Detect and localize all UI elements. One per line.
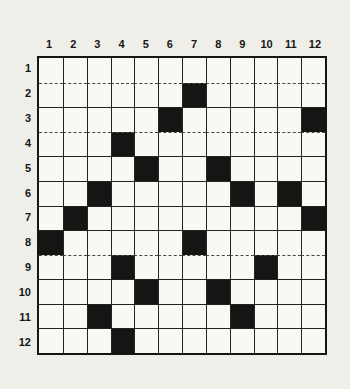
col-label: 5: [134, 36, 158, 52]
grid-cell[interactable]: [87, 230, 111, 255]
grid-cell[interactable]: [182, 255, 206, 280]
grid-cell[interactable]: [182, 206, 206, 231]
grid-cell[interactable]: [182, 132, 206, 157]
grid-cell[interactable]: [254, 304, 278, 329]
grid-cell[interactable]: [158, 279, 182, 304]
grid-cell[interactable]: [111, 181, 135, 206]
grid-cell[interactable]: [206, 181, 230, 206]
grid-cell[interactable]: [134, 181, 158, 206]
grid-cell[interactable]: [63, 83, 87, 108]
col-label: 6: [158, 36, 182, 52]
row-label: 12: [12, 330, 33, 355]
black-cell: [182, 83, 206, 108]
grid-cell[interactable]: [206, 107, 230, 132]
grid-cell[interactable]: [39, 132, 63, 157]
row-label: 1: [12, 56, 33, 81]
grid-cell[interactable]: [63, 304, 87, 329]
grid-cell[interactable]: [39, 255, 63, 280]
grid-cell[interactable]: [87, 279, 111, 304]
grid-cell[interactable]: [134, 206, 158, 231]
grid-cell[interactable]: [230, 279, 254, 304]
black-cell: [87, 181, 111, 206]
row-label: 5: [12, 156, 33, 181]
grid-cell[interactable]: [134, 132, 158, 157]
grid-cell[interactable]: [254, 58, 278, 83]
grid-cell[interactable]: [254, 328, 278, 353]
grid-cell[interactable]: [158, 83, 182, 108]
row-label: 10: [12, 280, 33, 305]
grid-cell[interactable]: [87, 206, 111, 231]
col-label: 7: [182, 36, 206, 52]
black-cell: [277, 181, 301, 206]
col-label: 9: [230, 36, 254, 52]
column-labels: 123456789101112: [37, 36, 327, 52]
row-label: 7: [12, 205, 33, 230]
grid-cell[interactable]: [158, 230, 182, 255]
grid-cell[interactable]: [63, 132, 87, 157]
grid-cell[interactable]: [87, 156, 111, 181]
grid-cell[interactable]: [254, 156, 278, 181]
grid-cell[interactable]: [134, 83, 158, 108]
grid-cell[interactable]: [277, 58, 301, 83]
grid-cell[interactable]: [39, 83, 63, 108]
grid-cell[interactable]: [230, 255, 254, 280]
grid-cell[interactable]: [134, 107, 158, 132]
black-cell: [134, 279, 158, 304]
grid-cell[interactable]: [87, 328, 111, 353]
grid-cell[interactable]: [277, 107, 301, 132]
grid-cell[interactable]: [230, 107, 254, 132]
col-label: 3: [85, 36, 109, 52]
grid-cell[interactable]: [301, 255, 325, 280]
grid-cell[interactable]: [230, 83, 254, 108]
row-label: 11: [12, 305, 33, 330]
grid-cell[interactable]: [230, 132, 254, 157]
black-cell: [111, 255, 135, 280]
row-label: 9: [12, 255, 33, 280]
grid-cell[interactable]: [87, 107, 111, 132]
col-label: 10: [254, 36, 278, 52]
grid-cell[interactable]: [87, 58, 111, 83]
grid-cell[interactable]: [277, 156, 301, 181]
grid-cell[interactable]: [158, 132, 182, 157]
grid-cell[interactable]: [111, 304, 135, 329]
grid-cell[interactable]: [277, 255, 301, 280]
grid-cell[interactable]: [111, 58, 135, 83]
grid-cell[interactable]: [39, 328, 63, 353]
black-cell: [39, 230, 63, 255]
grid-cell[interactable]: [254, 181, 278, 206]
grid-cell[interactable]: [87, 255, 111, 280]
black-cell: [111, 328, 135, 353]
grid-cell[interactable]: [158, 328, 182, 353]
grid-cell[interactable]: [277, 132, 301, 157]
grid-cell[interactable]: [182, 156, 206, 181]
grid-cell[interactable]: [301, 304, 325, 329]
col-label: 11: [279, 36, 303, 52]
grid-cell[interactable]: [206, 304, 230, 329]
scanned-page: 123456789101112 123456789101112: [0, 0, 350, 389]
black-cell: [230, 181, 254, 206]
grid-cell[interactable]: [301, 181, 325, 206]
black-cell: [206, 279, 230, 304]
grid-cell[interactable]: [182, 304, 206, 329]
grid-cell[interactable]: [301, 132, 325, 157]
row-label: 2: [12, 81, 33, 106]
grid-cell[interactable]: [277, 279, 301, 304]
grid-cell[interactable]: [134, 58, 158, 83]
grid-cell[interactable]: [39, 206, 63, 231]
grid-cell[interactable]: [134, 255, 158, 280]
grid-cell[interactable]: [230, 230, 254, 255]
black-cell: [182, 230, 206, 255]
grid-cell[interactable]: [39, 304, 63, 329]
grid-cell[interactable]: [230, 156, 254, 181]
grid-cell[interactable]: [158, 58, 182, 83]
grid-cell[interactable]: [277, 230, 301, 255]
black-cell: [111, 132, 135, 157]
row-label: 3: [12, 106, 33, 131]
grid-cell[interactable]: [254, 206, 278, 231]
grid-cell[interactable]: [301, 230, 325, 255]
grid-cell[interactable]: [230, 328, 254, 353]
grid-cell[interactable]: [111, 230, 135, 255]
grid-cell[interactable]: [230, 58, 254, 83]
grid-cell[interactable]: [158, 304, 182, 329]
grid-cell[interactable]: [134, 230, 158, 255]
grid-cell[interactable]: [111, 83, 135, 108]
crossword-grid: [37, 56, 327, 355]
grid-cell[interactable]: [63, 255, 87, 280]
black-cell: [63, 206, 87, 231]
grid-cell[interactable]: [63, 328, 87, 353]
grid-cell[interactable]: [39, 181, 63, 206]
grid-cell[interactable]: [206, 328, 230, 353]
grid-cell[interactable]: [182, 279, 206, 304]
grid-cell[interactable]: [134, 328, 158, 353]
black-cell: [134, 156, 158, 181]
grid-cell[interactable]: [158, 156, 182, 181]
col-label: 12: [303, 36, 327, 52]
grid-cell[interactable]: [39, 107, 63, 132]
grid-cell[interactable]: [301, 279, 325, 304]
grid-cell[interactable]: [63, 181, 87, 206]
grid-cell[interactable]: [254, 279, 278, 304]
grid-cell[interactable]: [206, 132, 230, 157]
grid-cell[interactable]: [158, 181, 182, 206]
grid-cell[interactable]: [158, 206, 182, 231]
col-label: 4: [109, 36, 133, 52]
grid-cell[interactable]: [63, 279, 87, 304]
grid-cell[interactable]: [111, 279, 135, 304]
grid-cell[interactable]: [63, 156, 87, 181]
grid-cell[interactable]: [206, 83, 230, 108]
col-label: 8: [206, 36, 230, 52]
row-label: 8: [12, 230, 33, 255]
grid-cell[interactable]: [301, 58, 325, 83]
grid-cell[interactable]: [301, 83, 325, 108]
black-cell: [158, 107, 182, 132]
grid-cell[interactable]: [39, 58, 63, 83]
row-labels: 123456789101112: [12, 56, 33, 355]
grid-cell[interactable]: [277, 206, 301, 231]
grid-cell[interactable]: [206, 206, 230, 231]
grid-cell[interactable]: [206, 230, 230, 255]
grid-cell[interactable]: [254, 83, 278, 108]
black-cell: [87, 304, 111, 329]
col-label: 1: [37, 36, 61, 52]
grid-cell[interactable]: [182, 107, 206, 132]
col-label: 2: [61, 36, 85, 52]
grid-cell[interactable]: [111, 206, 135, 231]
grid-cell[interactable]: [277, 328, 301, 353]
black-cell: [301, 206, 325, 231]
grid-cell[interactable]: [182, 181, 206, 206]
grid-cell[interactable]: [39, 156, 63, 181]
grid-cell[interactable]: [277, 83, 301, 108]
row-label: 4: [12, 131, 33, 156]
grid-cell[interactable]: [63, 107, 87, 132]
black-cell: [254, 255, 278, 280]
grid-cell[interactable]: [63, 58, 87, 83]
grid-cell[interactable]: [134, 304, 158, 329]
grid-cell[interactable]: [301, 156, 325, 181]
grid-cell[interactable]: [39, 279, 63, 304]
grid-cell[interactable]: [254, 230, 278, 255]
grid-cell[interactable]: [254, 132, 278, 157]
grid-cell[interactable]: [87, 83, 111, 108]
grid-cell[interactable]: [206, 58, 230, 83]
row-label: 6: [12, 181, 33, 206]
grid-cell[interactable]: [277, 304, 301, 329]
grid-cell[interactable]: [87, 132, 111, 157]
grid-cell[interactable]: [230, 206, 254, 231]
black-cell: [301, 107, 325, 132]
grid-cell[interactable]: [63, 230, 87, 255]
grid-cell[interactable]: [254, 107, 278, 132]
grid-cell[interactable]: [111, 107, 135, 132]
black-cell: [206, 156, 230, 181]
grid-cell[interactable]: [182, 328, 206, 353]
grid-cell[interactable]: [182, 58, 206, 83]
grid-cell[interactable]: [206, 255, 230, 280]
black-cell: [230, 304, 254, 329]
grid-cell[interactable]: [158, 255, 182, 280]
grid-cell[interactable]: [301, 328, 325, 353]
grid-cell[interactable]: [111, 156, 135, 181]
